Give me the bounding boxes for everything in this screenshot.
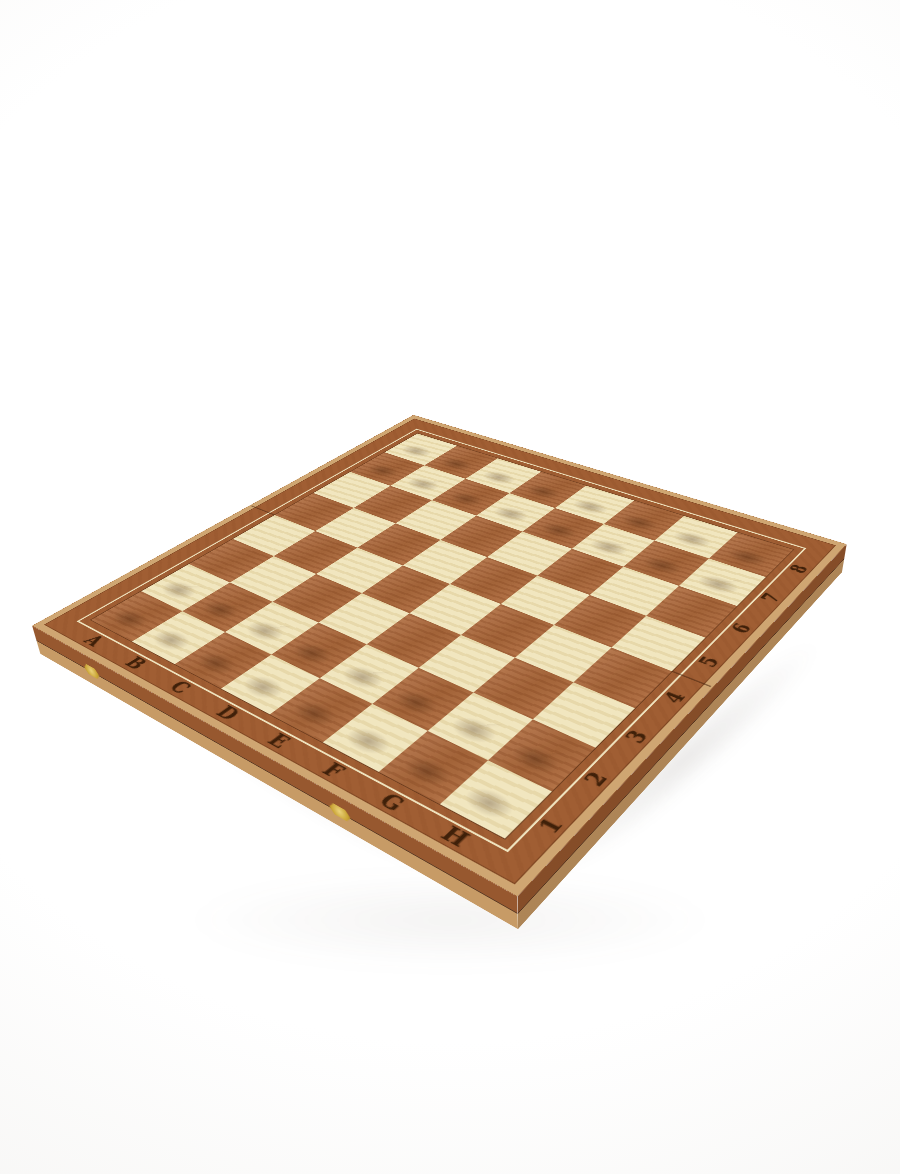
file-label-c: C [164,677,196,697]
rank-label-6: 6 [726,621,757,637]
file-label-b: B [120,654,152,673]
file-label-g: G [373,789,410,816]
rank-label-3: 3 [620,727,654,747]
accent-tip [585,404,594,416]
file-label-h: H [435,822,475,852]
brass-clasp [82,661,102,683]
accent-tip [363,634,375,651]
rank-label-1: 1 [533,813,570,837]
rank-label-8: 8 [784,562,813,575]
file-label-f: F [317,759,350,782]
accent-tip [635,440,644,453]
board-top-face: ABCDEFGH 87654321 ♜♞♝♛♚♝♞♜♟♟♟♟♟♟♟♟♟♟♟♟♟♟… [32,415,847,897]
light-rook-glyph: ♜ [442,687,544,808]
accent-tip [308,580,319,596]
photo-backdrop: ABCDEFGH 87654321 ♜♞♝♛♚♝♞♜♟♟♟♟♟♟♟♟♟♟♟♟♟♟… [0,0,900,1174]
chess-board: ABCDEFGH 87654321 ♜♞♝♛♚♝♞♜♟♟♟♟♟♟♟♟♟♟♟♟♟♟… [32,415,847,897]
dark-pawn-glyph: ♟ [690,517,751,589]
